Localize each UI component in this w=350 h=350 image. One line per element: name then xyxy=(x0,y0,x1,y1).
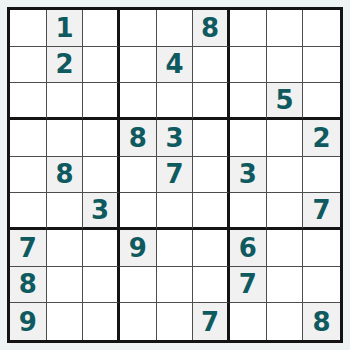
sudoku-cell-r3c4[interactable] xyxy=(120,83,157,120)
sudoku-cell-r4c3[interactable] xyxy=(83,120,120,157)
sudoku-cell-r6c1[interactable] xyxy=(10,193,47,230)
sudoku-cell-r5c4[interactable] xyxy=(120,157,157,194)
sudoku-cell-r5c1[interactable] xyxy=(10,157,47,194)
sudoku-cell-r3c6[interactable] xyxy=(193,83,230,120)
sudoku-cell-r3c8[interactable]: 5 xyxy=(267,83,304,120)
sudoku-cell-r5c5[interactable]: 7 xyxy=(157,157,194,194)
sudoku-cell-r1c8[interactable] xyxy=(267,10,304,47)
sudoku-cell-r4c8[interactable] xyxy=(267,120,304,157)
sudoku-cell-r6c9[interactable]: 7 xyxy=(303,193,340,230)
sudoku-cell-r6c7[interactable] xyxy=(230,193,267,230)
sudoku-cell-r4c2[interactable] xyxy=(47,120,84,157)
sudoku-cell-r2c7[interactable] xyxy=(230,47,267,84)
sudoku-cell-r3c2[interactable] xyxy=(47,83,84,120)
sudoku-cell-r7c5[interactable] xyxy=(157,230,194,267)
sudoku-cell-r9c7[interactable] xyxy=(230,303,267,340)
sudoku-cell-r4c7[interactable] xyxy=(230,120,267,157)
sudoku-cell-r2c2[interactable]: 2 xyxy=(47,47,84,84)
sudoku-cell-r8c3[interactable] xyxy=(83,267,120,304)
sudoku-cell-r7c2[interactable] xyxy=(47,230,84,267)
sudoku-cell-r6c4[interactable] xyxy=(120,193,157,230)
sudoku-cell-r6c2[interactable] xyxy=(47,193,84,230)
sudoku-cell-r8c6[interactable] xyxy=(193,267,230,304)
sudoku-cell-r9c9[interactable]: 8 xyxy=(303,303,340,340)
sudoku-cell-r8c5[interactable] xyxy=(157,267,194,304)
sudoku-cell-r3c9[interactable] xyxy=(303,83,340,120)
sudoku-cell-r4c4[interactable]: 8 xyxy=(120,120,157,157)
sudoku-cell-r5c3[interactable] xyxy=(83,157,120,194)
sudoku-cell-r3c5[interactable] xyxy=(157,83,194,120)
sudoku-cell-r3c3[interactable] xyxy=(83,83,120,120)
sudoku-cell-r6c6[interactable] xyxy=(193,193,230,230)
sudoku-cell-r6c3[interactable]: 3 xyxy=(83,193,120,230)
sudoku-cell-r4c9[interactable]: 2 xyxy=(303,120,340,157)
sudoku-cell-r8c1[interactable]: 8 xyxy=(10,267,47,304)
sudoku-cell-r8c2[interactable] xyxy=(47,267,84,304)
sudoku-cell-r7c6[interactable] xyxy=(193,230,230,267)
sudoku-cell-r7c1[interactable]: 7 xyxy=(10,230,47,267)
sudoku-cell-r7c4[interactable]: 9 xyxy=(120,230,157,267)
sudoku-cell-r4c5[interactable]: 3 xyxy=(157,120,194,157)
sudoku-cell-r9c5[interactable] xyxy=(157,303,194,340)
sudoku-cell-r2c4[interactable] xyxy=(120,47,157,84)
page: { "game": "sudoku", "position": "0100080… xyxy=(0,0,350,350)
sudoku-cell-r2c8[interactable] xyxy=(267,47,304,84)
sudoku-cell-r8c9[interactable] xyxy=(303,267,340,304)
sudoku-cell-r4c1[interactable] xyxy=(10,120,47,157)
sudoku-cell-r1c4[interactable] xyxy=(120,10,157,47)
sudoku-cell-r8c4[interactable] xyxy=(120,267,157,304)
sudoku-cell-r5c7[interactable]: 3 xyxy=(230,157,267,194)
sudoku-board: 182458328733779687978 xyxy=(7,7,343,343)
sudoku-cell-r9c6[interactable]: 7 xyxy=(193,303,230,340)
sudoku-cell-r5c2[interactable]: 8 xyxy=(47,157,84,194)
sudoku-cell-r6c8[interactable] xyxy=(267,193,304,230)
sudoku-cell-r1c7[interactable] xyxy=(230,10,267,47)
sudoku-cell-r7c7[interactable]: 6 xyxy=(230,230,267,267)
sudoku-cell-r3c1[interactable] xyxy=(10,83,47,120)
sudoku-cell-r4c6[interactable] xyxy=(193,120,230,157)
sudoku-cell-r1c5[interactable] xyxy=(157,10,194,47)
sudoku-cell-r7c8[interactable] xyxy=(267,230,304,267)
sudoku-cell-r2c3[interactable] xyxy=(83,47,120,84)
sudoku-cell-r7c3[interactable] xyxy=(83,230,120,267)
sudoku-cell-r2c9[interactable] xyxy=(303,47,340,84)
sudoku-cell-r9c4[interactable] xyxy=(120,303,157,340)
sudoku-cell-r6c5[interactable] xyxy=(157,193,194,230)
sudoku-cell-r5c6[interactable] xyxy=(193,157,230,194)
sudoku-cell-r9c1[interactable]: 9 xyxy=(10,303,47,340)
sudoku-cell-r3c7[interactable] xyxy=(230,83,267,120)
sudoku-cell-r9c2[interactable] xyxy=(47,303,84,340)
sudoku-cell-r2c6[interactable] xyxy=(193,47,230,84)
sudoku-cell-r8c8[interactable] xyxy=(267,267,304,304)
sudoku-cell-r5c9[interactable] xyxy=(303,157,340,194)
sudoku-cell-r2c1[interactable] xyxy=(10,47,47,84)
sudoku-cell-r1c9[interactable] xyxy=(303,10,340,47)
sudoku-cell-r1c6[interactable]: 8 xyxy=(193,10,230,47)
sudoku-cell-r8c7[interactable]: 7 xyxy=(230,267,267,304)
sudoku-cell-r1c2[interactable]: 1 xyxy=(47,10,84,47)
sudoku-cell-r1c3[interactable] xyxy=(83,10,120,47)
sudoku-cell-r1c1[interactable] xyxy=(10,10,47,47)
sudoku-cell-r7c9[interactable] xyxy=(303,230,340,267)
sudoku-cell-r2c5[interactable]: 4 xyxy=(157,47,194,84)
sudoku-cell-r5c8[interactable] xyxy=(267,157,304,194)
sudoku-cell-r9c8[interactable] xyxy=(267,303,304,340)
sudoku-cell-r9c3[interactable] xyxy=(83,303,120,340)
